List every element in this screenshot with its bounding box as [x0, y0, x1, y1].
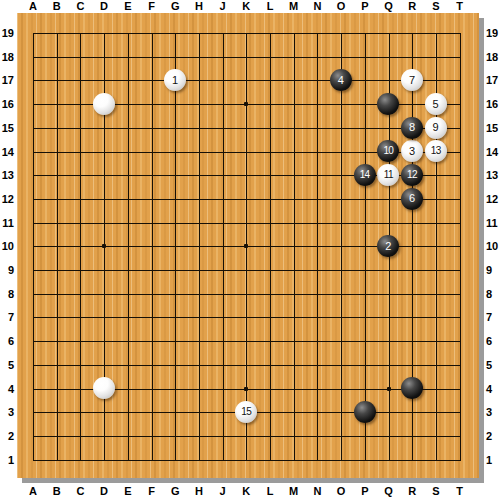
col-label-bottom-R: R — [403, 485, 421, 498]
move-number: 15 — [241, 407, 251, 417]
row-label-right-13: 13 — [486, 169, 500, 182]
stones-layer[interactable]: 123456789101112131415 — [21, 21, 471, 471]
move-number: 11 — [384, 170, 393, 180]
col-label-bottom-A: A — [24, 485, 42, 498]
goban: 123456789101112131415 — [17, 13, 479, 478]
col-label-top-J: J — [214, 0, 232, 13]
row-label-left-8: 8 — [0, 288, 14, 301]
stone-black-Q10[interactable]: 2 — [377, 235, 399, 257]
col-label-bottom-J: J — [214, 485, 232, 498]
stone-white-S16[interactable]: 5 — [425, 93, 447, 115]
col-label-top-S: S — [427, 0, 445, 13]
col-label-bottom-N: N — [308, 485, 326, 498]
row-label-left-15: 15 — [0, 122, 14, 135]
row-label-left-3: 3 — [0, 406, 14, 419]
col-label-bottom-S: S — [427, 485, 445, 498]
row-label-left-17: 17 — [0, 74, 14, 87]
col-label-top-D: D — [95, 0, 113, 13]
col-label-bottom-H: H — [190, 485, 208, 498]
col-label-bottom-O: O — [332, 485, 350, 498]
stone-white-D4[interactable] — [93, 377, 115, 399]
row-label-left-16: 16 — [0, 98, 14, 111]
stone-white-R14[interactable]: 3 — [401, 140, 423, 162]
row-label-right-7: 7 — [486, 311, 500, 324]
row-label-left-1: 1 — [0, 454, 14, 467]
stone-black-R13[interactable]: 12 — [401, 164, 423, 186]
row-label-left-6: 6 — [0, 335, 14, 348]
stone-black-Q16[interactable] — [377, 93, 399, 115]
col-label-bottom-E: E — [119, 485, 137, 498]
row-label-right-16: 16 — [486, 98, 500, 111]
row-label-right-12: 12 — [486, 193, 500, 206]
move-number: 3 — [409, 146, 415, 157]
row-label-left-14: 14 — [0, 146, 14, 159]
col-label-top-N: N — [308, 0, 326, 13]
col-label-bottom-F: F — [143, 485, 161, 498]
col-label-bottom-K: K — [237, 485, 255, 498]
stone-white-S14[interactable]: 13 — [425, 140, 447, 162]
stone-black-R12[interactable]: 6 — [401, 188, 423, 210]
col-label-top-Q: Q — [380, 0, 398, 13]
col-label-bottom-G: G — [166, 485, 184, 498]
stone-black-R15[interactable]: 8 — [401, 117, 423, 139]
col-label-top-C: C — [71, 0, 89, 13]
move-number: 14 — [360, 170, 370, 180]
col-label-top-T: T — [451, 0, 469, 13]
stone-black-P3[interactable] — [354, 401, 376, 423]
col-label-top-M: M — [285, 0, 303, 13]
col-label-top-O: O — [332, 0, 350, 13]
move-number: 4 — [338, 75, 344, 86]
move-number: 8 — [409, 122, 415, 133]
col-label-bottom-C: C — [71, 485, 89, 498]
col-label-bottom-M: M — [285, 485, 303, 498]
row-label-left-7: 7 — [0, 311, 14, 324]
row-label-right-3: 3 — [486, 406, 500, 419]
stone-white-R17[interactable]: 7 — [401, 69, 423, 91]
col-label-top-K: K — [237, 0, 255, 13]
col-label-top-B: B — [48, 0, 66, 13]
row-label-left-11: 11 — [0, 217, 14, 230]
col-label-top-E: E — [119, 0, 137, 13]
row-label-left-2: 2 — [0, 430, 14, 443]
move-number: 12 — [407, 170, 417, 180]
row-label-left-13: 13 — [0, 169, 14, 182]
stone-black-R4[interactable] — [401, 377, 423, 399]
stone-white-K3[interactable]: 15 — [235, 401, 257, 423]
col-label-bottom-T: T — [451, 485, 469, 498]
move-number: 1 — [172, 75, 178, 86]
row-label-left-4: 4 — [0, 383, 14, 396]
row-label-right-5: 5 — [486, 359, 500, 372]
row-label-right-4: 4 — [486, 383, 500, 396]
col-label-top-G: G — [166, 0, 184, 13]
col-label-bottom-D: D — [95, 485, 113, 498]
col-label-bottom-B: B — [48, 485, 66, 498]
stone-white-D16[interactable] — [93, 93, 115, 115]
stone-black-O17[interactable]: 4 — [330, 69, 352, 91]
row-label-right-18: 18 — [486, 51, 500, 64]
col-label-top-F: F — [143, 0, 161, 13]
row-label-right-15: 15 — [486, 122, 500, 135]
col-label-top-A: A — [24, 0, 42, 13]
row-label-left-10: 10 — [0, 240, 14, 253]
row-label-left-12: 12 — [0, 193, 14, 206]
row-label-left-5: 5 — [0, 359, 14, 372]
go-diagram-screen: 123456789101112131415 AABBCCDDEEFFGGHHJJ… — [0, 0, 500, 500]
row-label-right-9: 9 — [486, 264, 500, 277]
move-number: 10 — [383, 146, 393, 156]
move-number: 13 — [431, 146, 441, 156]
move-number: 6 — [409, 193, 415, 204]
row-label-right-2: 2 — [486, 430, 500, 443]
row-label-left-9: 9 — [0, 264, 14, 277]
col-label-top-H: H — [190, 0, 208, 13]
stone-white-S15[interactable]: 9 — [425, 117, 447, 139]
col-label-bottom-Q: Q — [380, 485, 398, 498]
row-label-right-11: 11 — [486, 217, 500, 230]
row-label-right-6: 6 — [486, 335, 500, 348]
col-label-top-P: P — [356, 0, 374, 13]
stone-white-Q13[interactable]: 11 — [377, 164, 399, 186]
row-label-left-19: 19 — [0, 27, 14, 40]
move-number: 2 — [385, 241, 391, 252]
col-label-bottom-L: L — [261, 485, 279, 498]
row-label-right-10: 10 — [486, 240, 500, 253]
row-label-right-8: 8 — [486, 288, 500, 301]
col-label-bottom-P: P — [356, 485, 374, 498]
col-label-top-L: L — [261, 0, 279, 13]
move-number: 7 — [409, 75, 415, 86]
move-number: 5 — [433, 99, 439, 110]
stone-black-Q14[interactable]: 10 — [377, 140, 399, 162]
row-label-right-17: 17 — [486, 74, 500, 87]
row-label-right-19: 19 — [486, 27, 500, 40]
row-label-right-14: 14 — [486, 146, 500, 159]
row-label-right-1: 1 — [486, 454, 500, 467]
row-label-left-18: 18 — [0, 51, 14, 64]
col-label-top-R: R — [403, 0, 421, 13]
move-number: 9 — [433, 122, 439, 133]
stone-white-G17[interactable]: 1 — [164, 69, 186, 91]
stone-black-P13[interactable]: 14 — [354, 164, 376, 186]
